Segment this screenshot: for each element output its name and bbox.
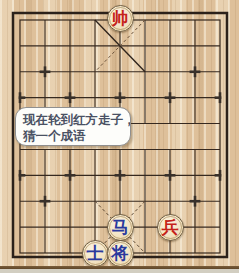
- piece-black-advisor[interactable]: 士: [82, 240, 109, 267]
- piece-glyph-black-general: 将: [112, 245, 129, 262]
- piece-glyph-black-advisor: 士: [87, 245, 104, 262]
- piece-glyph-red-general: 帅: [112, 10, 129, 27]
- piece-black-horse[interactable]: 马: [107, 214, 134, 241]
- hint-line-2: 猜一个成语: [23, 128, 123, 144]
- piece-glyph-red-soldier: 兵: [162, 219, 179, 236]
- hint-line-1: 现在轮到红方走子，: [23, 112, 123, 128]
- piece-red-soldier[interactable]: 兵: [157, 214, 184, 241]
- hint-bubble: 现在轮到红方走子， 猜一个成语: [15, 107, 131, 146]
- piece-glyph-black-horse: 马: [112, 219, 129, 236]
- page-background-strip: [0, 269, 239, 273]
- piece-black-general[interactable]: 将: [107, 240, 134, 267]
- xiangqi-app: 帅马兵士将 现在轮到红方走子， 猜一个成语: [0, 0, 239, 273]
- piece-red-general[interactable]: 帅: [107, 5, 134, 32]
